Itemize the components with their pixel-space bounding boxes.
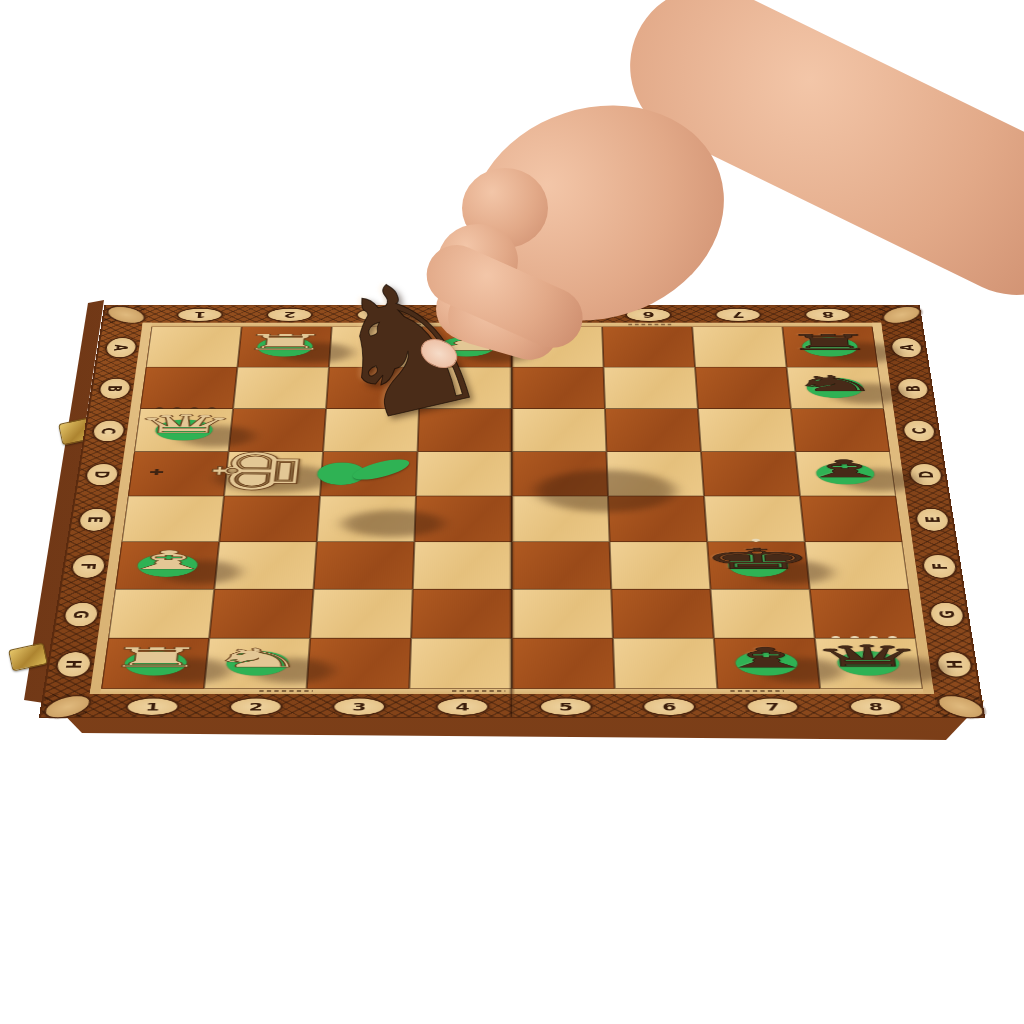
square-G3	[310, 589, 413, 638]
brass-clasp-icon	[8, 642, 48, 671]
maker-mark	[730, 690, 784, 692]
square-C8	[791, 409, 890, 452]
black-rook-A8: ♜	[762, 327, 897, 352]
maker-mark	[628, 324, 671, 326]
square-F8	[805, 542, 909, 589]
square-F2	[214, 542, 317, 589]
square-F4	[413, 542, 512, 589]
square-E6	[608, 496, 707, 542]
square-G2	[209, 589, 313, 638]
maker-mark	[259, 690, 313, 692]
square-H2	[204, 638, 310, 689]
square-F1	[115, 542, 219, 589]
square-G7	[710, 589, 814, 638]
rank-label-far-8: 8	[804, 308, 852, 322]
square-G8	[810, 589, 916, 638]
square-G6	[611, 589, 714, 638]
square-E3	[317, 496, 416, 542]
square-E2	[219, 496, 320, 542]
square-D4	[416, 452, 512, 496]
square-F7	[707, 542, 810, 589]
square-B1	[140, 367, 237, 409]
square-G4	[411, 589, 512, 638]
square-C7	[698, 409, 795, 452]
square-H1	[101, 638, 209, 689]
square-B5	[512, 367, 605, 409]
square-F3	[314, 542, 415, 589]
maker-mark	[452, 690, 506, 692]
king-cross-finial: ✚	[149, 467, 165, 477]
square-H5	[512, 638, 615, 689]
square-H8	[815, 638, 923, 689]
square-A6	[602, 327, 695, 367]
white-queen-C1: ♛	[115, 406, 255, 436]
square-H4	[409, 638, 512, 689]
square-H7	[714, 638, 820, 689]
square-E4	[414, 496, 512, 542]
square-B2	[233, 367, 329, 409]
square-C6	[605, 409, 701, 452]
black-bishop-D8: ♝	[774, 452, 916, 480]
square-G1	[108, 589, 214, 638]
square-F5	[512, 542, 611, 589]
square-E7	[704, 496, 805, 542]
square-G5	[512, 589, 613, 638]
square-B6	[604, 367, 698, 409]
rank-label-far-7: 7	[714, 308, 762, 322]
photo-stage: 11AA22BB33CC44DD55EE66FF77GG88HH ♜♟♜♞♛♚✚…	[0, 0, 1024, 1024]
king-light-finial	[752, 539, 760, 542]
square-E8	[800, 496, 902, 542]
square-E1	[122, 496, 224, 542]
square-E5	[512, 496, 610, 542]
chess-board: 11AA22BB33CC44DD55EE66FF77GG88HH ♜♟♜♞♛♚✚…	[41, 305, 983, 717]
square-F6	[610, 542, 711, 589]
square-H6	[613, 638, 717, 689]
square-H3	[307, 638, 411, 689]
black-knight-B8: ♞	[766, 368, 903, 393]
square-C5	[512, 409, 606, 452]
